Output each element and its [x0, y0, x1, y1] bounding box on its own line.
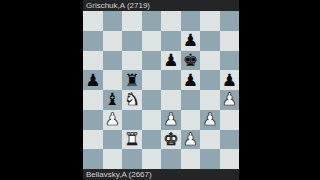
square-e1[interactable] — [161, 149, 181, 169]
square-a7[interactable] — [83, 31, 103, 51]
square-c2[interactable]: ♜ — [122, 130, 142, 150]
black-pawn: ♟ — [183, 71, 198, 88]
square-b2[interactable] — [103, 130, 123, 150]
square-a5[interactable]: ♟ — [83, 70, 103, 90]
square-d3[interactable] — [142, 110, 162, 130]
square-g4[interactable] — [200, 90, 220, 110]
square-b8[interactable] — [103, 11, 123, 31]
black-pawn: ♟ — [163, 51, 178, 68]
square-d1[interactable] — [142, 149, 162, 169]
square-d2[interactable] — [142, 130, 162, 150]
square-g2[interactable] — [200, 130, 220, 150]
square-d5[interactable] — [142, 70, 162, 90]
game-view: Grischuk,A (2719) ♟♟♚♟♜♟♟♝♞♟♟♟♟♜♚♟ Belia… — [83, 0, 239, 180]
chess-board: ♟♟♚♟♜♟♟♝♞♟♟♟♟♜♚♟ — [83, 11, 239, 169]
square-g3[interactable]: ♟ — [200, 110, 220, 130]
video-frame: Grischuk,A (2719) ♟♟♚♟♜♟♟♝♞♟♟♟♟♜♚♟ Belia… — [0, 0, 320, 180]
square-e4[interactable] — [161, 90, 181, 110]
white-pawn: ♟ — [222, 91, 237, 108]
square-d7[interactable] — [142, 31, 162, 51]
square-g6[interactable] — [200, 51, 220, 71]
square-f8[interactable] — [181, 11, 201, 31]
square-h3[interactable] — [220, 110, 240, 130]
square-c4[interactable]: ♞ — [122, 90, 142, 110]
square-e3[interactable]: ♟ — [161, 110, 181, 130]
square-f2[interactable]: ♟ — [181, 130, 201, 150]
white-pawn: ♟ — [105, 111, 120, 128]
square-c5[interactable]: ♜ — [122, 70, 142, 90]
black-king: ♚ — [183, 51, 198, 68]
square-d6[interactable] — [142, 51, 162, 71]
bottom-player-name: Beliavsky,A (2667) — [86, 170, 152, 179]
square-e7[interactable] — [161, 31, 181, 51]
square-d4[interactable] — [142, 90, 162, 110]
square-a3[interactable] — [83, 110, 103, 130]
bottom-player-bar: Beliavsky,A (2667) — [83, 169, 239, 180]
black-pawn: ♟ — [222, 71, 237, 88]
square-b1[interactable] — [103, 149, 123, 169]
square-h1[interactable] — [220, 149, 240, 169]
top-player-name: Grischuk,A (2719) — [86, 1, 150, 10]
square-h4[interactable]: ♟ — [220, 90, 240, 110]
square-a6[interactable] — [83, 51, 103, 71]
square-a8[interactable] — [83, 11, 103, 31]
square-h6[interactable] — [220, 51, 240, 71]
square-g8[interactable] — [200, 11, 220, 31]
black-rook: ♜ — [124, 71, 139, 88]
square-f1[interactable] — [181, 149, 201, 169]
white-king: ♚ — [163, 130, 178, 147]
square-c6[interactable] — [122, 51, 142, 71]
square-c7[interactable] — [122, 31, 142, 51]
square-f7[interactable]: ♟ — [181, 31, 201, 51]
square-e2[interactable]: ♚ — [161, 130, 181, 150]
square-f3[interactable] — [181, 110, 201, 130]
square-f4[interactable] — [181, 90, 201, 110]
square-g7[interactable] — [200, 31, 220, 51]
white-pawn: ♟ — [163, 111, 178, 128]
square-h7[interactable] — [220, 31, 240, 51]
letterbox-left — [0, 0, 83, 180]
square-b6[interactable] — [103, 51, 123, 71]
square-e5[interactable] — [161, 70, 181, 90]
square-h2[interactable] — [220, 130, 240, 150]
square-g1[interactable] — [200, 149, 220, 169]
square-a2[interactable] — [83, 130, 103, 150]
square-d8[interactable] — [142, 11, 162, 31]
top-player-bar: Grischuk,A (2719) — [83, 0, 239, 11]
square-b5[interactable] — [103, 70, 123, 90]
black-bishop: ♝ — [105, 91, 120, 108]
white-pawn: ♟ — [183, 130, 198, 147]
square-h5[interactable]: ♟ — [220, 70, 240, 90]
white-pawn: ♟ — [202, 111, 217, 128]
square-b3[interactable]: ♟ — [103, 110, 123, 130]
square-a1[interactable] — [83, 149, 103, 169]
black-pawn: ♟ — [183, 32, 198, 49]
square-f5[interactable]: ♟ — [181, 70, 201, 90]
white-knight: ♞ — [124, 91, 139, 108]
square-c8[interactable] — [122, 11, 142, 31]
square-b4[interactable]: ♝ — [103, 90, 123, 110]
square-h8[interactable] — [220, 11, 240, 31]
square-f6[interactable]: ♚ — [181, 51, 201, 71]
square-e6[interactable]: ♟ — [161, 51, 181, 71]
square-b7[interactable] — [103, 31, 123, 51]
square-c3[interactable] — [122, 110, 142, 130]
square-a4[interactable] — [83, 90, 103, 110]
letterbox-right — [239, 0, 320, 180]
white-rook: ♜ — [124, 130, 139, 147]
square-e8[interactable] — [161, 11, 181, 31]
square-c1[interactable] — [122, 149, 142, 169]
black-pawn: ♟ — [85, 71, 100, 88]
square-g5[interactable] — [200, 70, 220, 90]
